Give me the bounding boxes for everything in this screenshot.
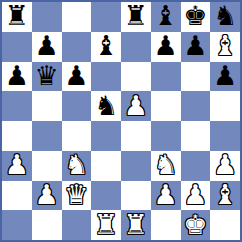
square-g3[interactable]: [181, 151, 211, 181]
square-d7[interactable]: ♝: [91, 32, 121, 62]
white-pawn: ♟: [183, 181, 207, 208]
black-pawn: ♟: [35, 32, 59, 59]
black-pawn: ♟: [213, 62, 237, 89]
square-g4[interactable]: [181, 121, 211, 151]
square-e8[interactable]: ♜: [121, 2, 151, 32]
square-c1[interactable]: [62, 210, 92, 240]
square-f7[interactable]: ♟: [151, 32, 181, 62]
square-b5[interactable]: [32, 91, 62, 121]
square-c8[interactable]: [62, 2, 92, 32]
square-h3[interactable]: ♟: [210, 151, 240, 181]
square-a4[interactable]: [2, 121, 32, 151]
square-c2[interactable]: ♛: [62, 181, 92, 211]
square-e2[interactable]: [121, 181, 151, 211]
square-f3[interactable]: ♞: [151, 151, 181, 181]
square-d6[interactable]: [91, 62, 121, 92]
square-b6[interactable]: ♛: [32, 62, 62, 92]
square-f4[interactable]: [151, 121, 181, 151]
black-queen: ♛: [35, 62, 59, 89]
white-pawn: ♟: [5, 151, 29, 178]
white-king: ♚: [183, 211, 207, 238]
square-a8[interactable]: ♜: [2, 2, 32, 32]
black-pawn: ♟: [5, 62, 29, 89]
square-c4[interactable]: [62, 121, 92, 151]
square-e5[interactable]: ♟: [121, 91, 151, 121]
white-pawn: ♟: [35, 181, 59, 208]
square-d8[interactable]: [91, 2, 121, 32]
black-bishop: ♝: [154, 2, 178, 29]
black-pawn: ♟: [183, 32, 207, 59]
square-h6[interactable]: ♟: [210, 62, 240, 92]
white-pawn: ♟: [213, 151, 237, 178]
square-f5[interactable]: [151, 91, 181, 121]
square-g5[interactable]: [181, 91, 211, 121]
white-rook: ♜: [94, 211, 118, 238]
square-a2[interactable]: [2, 181, 32, 211]
square-d2[interactable]: [91, 181, 121, 211]
square-c6[interactable]: ♟: [62, 62, 92, 92]
white-knight: ♞: [154, 151, 178, 178]
black-rook: ♜: [5, 2, 29, 29]
square-g8[interactable]: ♚: [181, 2, 211, 32]
square-a7[interactable]: [2, 32, 32, 62]
square-e4[interactable]: [121, 121, 151, 151]
square-e7[interactable]: [121, 32, 151, 62]
white-rook: ♜: [124, 211, 148, 238]
white-bishop: ♝: [213, 181, 237, 208]
black-rook: ♜: [124, 2, 148, 29]
white-knight: ♞: [64, 151, 88, 178]
square-e1[interactable]: ♜: [121, 210, 151, 240]
square-a6[interactable]: ♟: [2, 62, 32, 92]
square-f6[interactable]: [151, 62, 181, 92]
square-f8[interactable]: ♝: [151, 2, 181, 32]
square-b7[interactable]: ♟: [32, 32, 62, 62]
square-a3[interactable]: ♟: [2, 151, 32, 181]
square-c7[interactable]: [62, 32, 92, 62]
black-pawn: ♟: [154, 32, 178, 59]
square-d3[interactable]: [91, 151, 121, 181]
white-queen: ♛: [64, 181, 88, 208]
square-e3[interactable]: [121, 151, 151, 181]
square-g2[interactable]: ♟: [181, 181, 211, 211]
square-h4[interactable]: [210, 121, 240, 151]
square-h8[interactable]: ♞: [210, 2, 240, 32]
square-c3[interactable]: ♞: [62, 151, 92, 181]
square-b1[interactable]: [32, 210, 62, 240]
square-f1[interactable]: [151, 210, 181, 240]
square-e6[interactable]: [121, 62, 151, 92]
square-b8[interactable]: [32, 2, 62, 32]
black-knight: ♞: [213, 2, 237, 29]
white-pawn: ♟: [124, 92, 148, 119]
black-king: ♚: [183, 2, 207, 29]
black-knight: ♞: [94, 92, 118, 119]
square-f2[interactable]: ♟: [151, 181, 181, 211]
square-d4[interactable]: [91, 121, 121, 151]
black-pawn: ♟: [64, 62, 88, 89]
square-b4[interactable]: [32, 121, 62, 151]
square-h2[interactable]: ♝: [210, 181, 240, 211]
white-bishop: ♝: [213, 32, 237, 59]
square-h1[interactable]: [210, 210, 240, 240]
square-d5[interactable]: ♞: [91, 91, 121, 121]
square-g6[interactable]: [181, 62, 211, 92]
square-c5[interactable]: [62, 91, 92, 121]
square-h5[interactable]: [210, 91, 240, 121]
square-h7[interactable]: ♝: [210, 32, 240, 62]
black-bishop: ♝: [94, 32, 118, 59]
square-b2[interactable]: ♟: [32, 181, 62, 211]
square-a5[interactable]: [2, 91, 32, 121]
square-a1[interactable]: [2, 210, 32, 240]
square-d1[interactable]: ♜: [91, 210, 121, 240]
white-pawn: ♟: [154, 181, 178, 208]
square-g1[interactable]: ♚: [181, 210, 211, 240]
chess-board: ♜♜♝♚♞♟♝♟♟♝♟♛♟♟♞♟♟♞♞♟♟♛♟♟♝♜♜♚: [0, 0, 242, 242]
square-b3[interactable]: [32, 151, 62, 181]
square-g7[interactable]: ♟: [181, 32, 211, 62]
